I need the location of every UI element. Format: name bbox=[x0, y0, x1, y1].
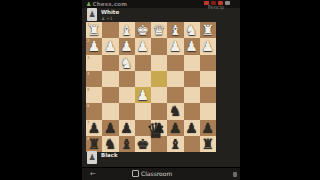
black-avatar: ♟ bbox=[87, 151, 97, 164]
square-h2[interactable]: 2♟ bbox=[86, 38, 102, 54]
white-queen[interactable]: ♛ bbox=[151, 22, 167, 38]
rank-label: 8 bbox=[87, 136, 90, 141]
black-pawn[interactable]: ♟ bbox=[200, 120, 216, 136]
square-b6[interactable] bbox=[184, 103, 200, 119]
rank-label: 7 bbox=[87, 120, 90, 125]
rank-label: 3 bbox=[87, 55, 90, 60]
black-player-name: Black bbox=[101, 152, 118, 158]
rank-label: 4 bbox=[87, 71, 90, 76]
square-c5[interactable] bbox=[167, 87, 183, 103]
square-g7[interactable]: ♟ bbox=[102, 120, 118, 136]
white-knight[interactable]: ♞ bbox=[184, 22, 200, 38]
black-rook[interactable]: ♜ bbox=[200, 136, 216, 152]
toolbar-right-icon[interactable] bbox=[233, 172, 237, 177]
square-f1[interactable]: ♝ bbox=[119, 22, 135, 38]
square-d2[interactable] bbox=[151, 38, 167, 54]
white-pawn[interactable]: ♟ bbox=[135, 87, 151, 103]
square-g5[interactable] bbox=[102, 87, 118, 103]
square-f4[interactable] bbox=[119, 71, 135, 87]
phone-screen: ♟ Chess.com Fencip ♟ White ♟+1 1♜♝♚♛♝♞♜2… bbox=[82, 0, 240, 180]
square-c8[interactable]: ♝ bbox=[167, 136, 183, 152]
square-h5[interactable]: 5 bbox=[86, 87, 102, 103]
player-bar-white: ♟ White ♟+1 bbox=[82, 8, 240, 22]
black-pawn[interactable]: ♟ bbox=[119, 120, 135, 136]
dragged-black-queen[interactable]: ♛ bbox=[145, 118, 167, 144]
square-g3[interactable] bbox=[102, 55, 118, 71]
square-c6[interactable]: ♞ bbox=[167, 103, 183, 119]
black-bishop[interactable]: ♝ bbox=[119, 136, 135, 152]
square-g8[interactable]: ♞ bbox=[102, 136, 118, 152]
square-f8[interactable]: ♝ bbox=[119, 136, 135, 152]
square-b8[interactable] bbox=[184, 136, 200, 152]
square-f5[interactable] bbox=[119, 87, 135, 103]
square-c4[interactable] bbox=[167, 71, 183, 87]
square-b2[interactable]: ♟ bbox=[184, 38, 200, 54]
black-bishop[interactable]: ♝ bbox=[167, 136, 183, 152]
white-pawn[interactable]: ♟ bbox=[167, 38, 183, 54]
square-c3[interactable] bbox=[167, 55, 183, 71]
rank-label: 5 bbox=[87, 87, 90, 92]
square-h8[interactable]: 8♜ bbox=[86, 136, 102, 152]
classroom-button[interactable]: Classroom bbox=[132, 170, 172, 177]
white-rook[interactable]: ♜ bbox=[200, 22, 216, 38]
square-a5[interactable] bbox=[200, 87, 216, 103]
square-b1[interactable]: ♞ bbox=[184, 22, 200, 38]
white-captured-pieces: ♟+1 bbox=[101, 16, 113, 21]
square-e2[interactable]: ♟ bbox=[135, 38, 151, 54]
square-g2[interactable]: ♟ bbox=[102, 38, 118, 54]
player-bar-black: ♟ Black bbox=[82, 151, 240, 165]
black-pawn[interactable]: ♟ bbox=[102, 120, 118, 136]
square-c7[interactable]: ♟ bbox=[167, 120, 183, 136]
logo-pawn-icon: ♟ bbox=[86, 1, 91, 7]
white-bishop[interactable]: ♝ bbox=[167, 22, 183, 38]
square-f2[interactable]: ♟ bbox=[119, 38, 135, 54]
square-a1[interactable]: ♜ bbox=[200, 22, 216, 38]
chesscom-logo: ♟ Chess.com bbox=[86, 0, 127, 8]
white-pawn[interactable]: ♟ bbox=[102, 38, 118, 54]
square-d5[interactable] bbox=[151, 87, 167, 103]
status-icon[interactable] bbox=[225, 1, 230, 5]
black-knight[interactable]: ♞ bbox=[167, 103, 183, 119]
back-button[interactable]: ← bbox=[90, 170, 96, 178]
white-player-name: White bbox=[101, 9, 119, 15]
square-h6[interactable]: 6 bbox=[86, 103, 102, 119]
square-e1[interactable]: ♚ bbox=[135, 22, 151, 38]
bottom-toolbar: ← Classroom bbox=[82, 167, 240, 180]
black-pawn[interactable]: ♟ bbox=[167, 120, 183, 136]
white-pawn[interactable]: ♟ bbox=[200, 38, 216, 54]
square-a6[interactable] bbox=[200, 103, 216, 119]
square-h4[interactable]: 4 bbox=[86, 71, 102, 87]
avatar-pawn-icon: ♟ bbox=[88, 11, 95, 19]
square-f7[interactable]: ♟ bbox=[119, 120, 135, 136]
white-pawn[interactable]: ♟ bbox=[184, 38, 200, 54]
square-d4[interactable] bbox=[151, 71, 167, 87]
classroom-label: Classroom bbox=[141, 170, 172, 177]
square-c2[interactable]: ♟ bbox=[167, 38, 183, 54]
square-b4[interactable] bbox=[184, 71, 200, 87]
square-e5[interactable]: ♟ bbox=[135, 87, 151, 103]
black-knight[interactable]: ♞ bbox=[102, 136, 118, 152]
square-b5[interactable] bbox=[184, 87, 200, 103]
square-d3[interactable] bbox=[151, 55, 167, 71]
video-frame: { "game": "chess", "position": { "fen": … bbox=[0, 0, 320, 180]
square-f3[interactable]: ♞ bbox=[119, 55, 135, 71]
white-king[interactable]: ♚ bbox=[135, 22, 151, 38]
square-c1[interactable]: ♝ bbox=[167, 22, 183, 38]
square-a3[interactable] bbox=[200, 55, 216, 71]
material-score: +1 bbox=[106, 16, 113, 21]
square-h1[interactable]: 1♜ bbox=[86, 22, 102, 38]
square-g6[interactable] bbox=[102, 103, 118, 119]
rank-label: 6 bbox=[87, 103, 90, 108]
square-h3[interactable]: 3 bbox=[86, 55, 102, 71]
square-e4[interactable] bbox=[135, 71, 151, 87]
classroom-board-icon bbox=[132, 170, 139, 177]
rank-label: 2 bbox=[87, 38, 90, 43]
white-pawn[interactable]: ♟ bbox=[135, 38, 151, 54]
white-avatar: ♟ bbox=[87, 8, 97, 21]
square-e3[interactable] bbox=[135, 55, 151, 71]
white-pawn[interactable]: ♟ bbox=[119, 38, 135, 54]
square-a7[interactable]: ♟ bbox=[200, 120, 216, 136]
rank-label: 1 bbox=[87, 22, 90, 27]
square-g4[interactable] bbox=[102, 71, 118, 87]
white-knight[interactable]: ♞ bbox=[119, 55, 135, 71]
avatar-pawn-icon: ♟ bbox=[88, 154, 95, 162]
square-d1[interactable]: ♛ bbox=[151, 22, 167, 38]
white-bishop[interactable]: ♝ bbox=[119, 22, 135, 38]
square-h7[interactable]: 7♟ bbox=[86, 120, 102, 136]
captured-pawn-icon: ♟ bbox=[101, 16, 105, 21]
square-f6[interactable] bbox=[119, 103, 135, 119]
black-pawn[interactable]: ♟ bbox=[184, 120, 200, 136]
brand-text: Chess.com bbox=[92, 1, 127, 7]
square-a4[interactable] bbox=[200, 71, 216, 87]
square-b3[interactable] bbox=[184, 55, 200, 71]
square-a2[interactable]: ♟ bbox=[200, 38, 216, 54]
square-g1[interactable] bbox=[102, 22, 118, 38]
square-a8[interactable]: ♜ bbox=[200, 136, 216, 152]
square-b7[interactable]: ♟ bbox=[184, 120, 200, 136]
